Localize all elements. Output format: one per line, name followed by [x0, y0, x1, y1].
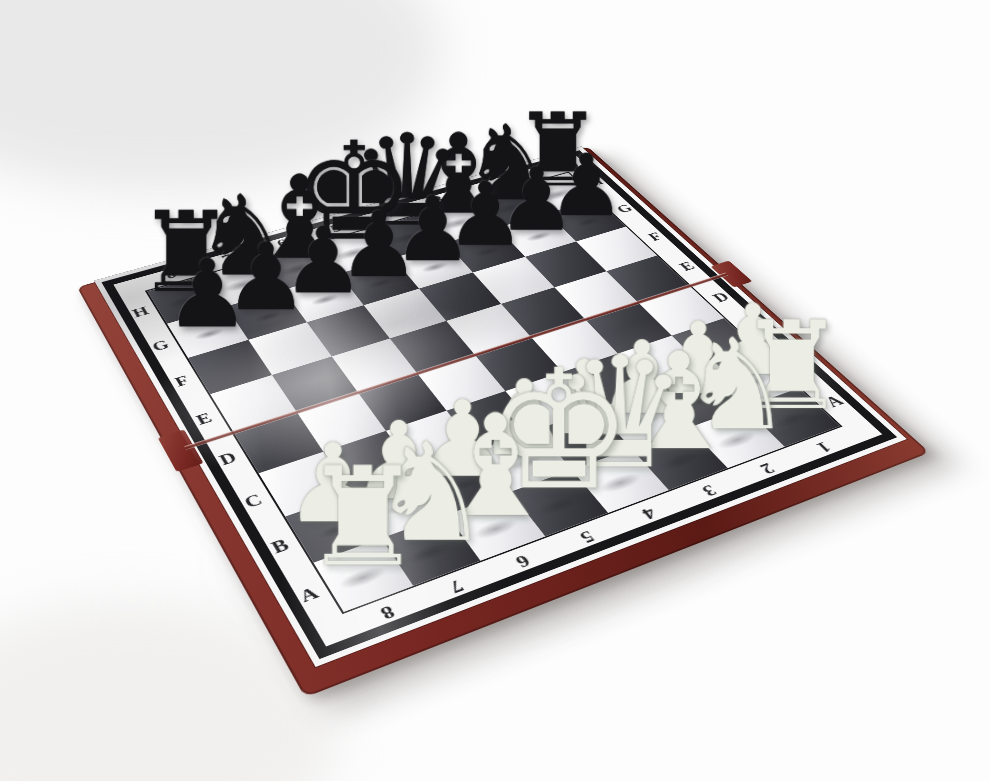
photo-canvas: ♜♞♝♚♛♝♞♜♟♟♟♟♟♟♟♟♟♟♟♟♟♟♟♟♜♞♝♚♛♝♞♜ HGFEDCB… — [0, 0, 990, 781]
board-sheet: ♜♞♝♚♛♝♞♜♟♟♟♟♟♟♟♟♟♟♟♟♟♟♟♟♜♞♝♚♛♝♞♜ HGFEDCB… — [94, 147, 906, 667]
chess-board-3d: ♜♞♝♚♛♝♞♜♟♟♟♟♟♟♟♟♟♟♟♟♟♟♟♟♜♞♝♚♛♝♞♜ HGFEDCB… — [94, 147, 906, 667]
board-photo-scene: ♜♞♝♚♛♝♞♜♟♟♟♟♟♟♟♟♟♟♟♟♟♟♟♟♜♞♝♚♛♝♞♜ HGFEDCB… — [0, 0, 990, 781]
piece-white-rook-h1[interactable]: ♜ — [302, 449, 424, 585]
piece-black-pawn-h7[interactable]: ♟ — [165, 247, 249, 341]
pieces-layer: ♜♞♝♚♛♝♞♜♟♟♟♟♟♟♟♟♟♟♟♟♟♟♟♟♜♞♝♚♛♝♞♜ — [147, 173, 840, 612]
